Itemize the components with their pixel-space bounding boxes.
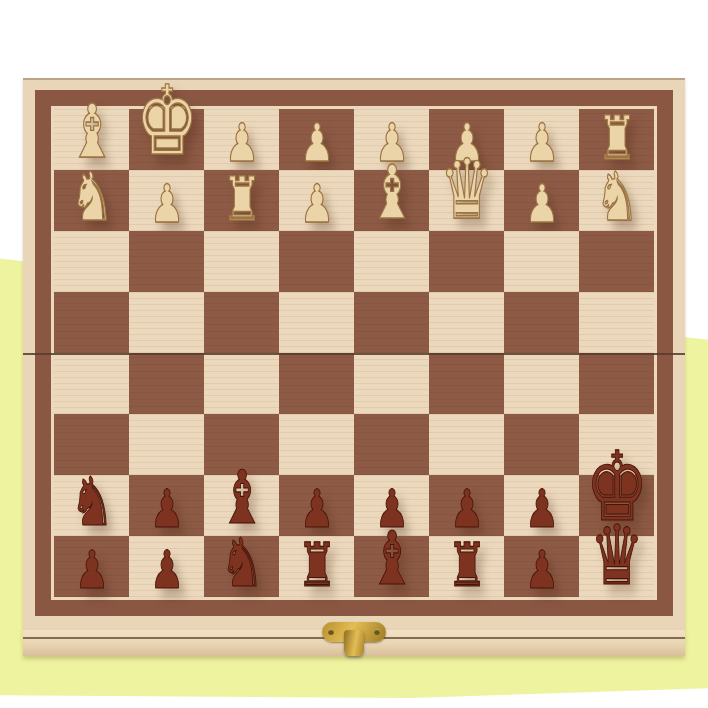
piece-dark-pawn[interactable]: ♟ — [524, 482, 559, 535]
square-c5[interactable] — [204, 292, 279, 353]
square-b4[interactable] — [129, 353, 204, 414]
square-c1[interactable]: ♞ — [204, 536, 279, 597]
piece-light-pawn[interactable]: ♟ — [149, 177, 184, 230]
clasp-screw-left-icon — [328, 629, 334, 635]
square-f5[interactable] — [429, 292, 504, 353]
piece-dark-pawn[interactable]: ♟ — [524, 543, 559, 596]
square-g6[interactable] — [504, 231, 579, 292]
square-h5[interactable] — [579, 292, 654, 353]
square-b1[interactable]: ♟ — [129, 536, 204, 597]
chess-board: ♝♚♟♟♟♟♟♜♞♟♜♟♝♛♟♞♞♟♝♟♟♟♟♚♟♟♞♜♝♜♟♛ — [23, 78, 685, 656]
box-side — [23, 630, 685, 656]
square-d1[interactable]: ♜ — [279, 536, 354, 597]
piece-light-bishop[interactable]: ♝ — [367, 156, 416, 230]
piece-light-king[interactable]: ♚ — [135, 73, 198, 169]
piece-dark-pawn[interactable]: ♟ — [149, 543, 184, 596]
square-f1[interactable]: ♜ — [429, 536, 504, 597]
piece-dark-knight[interactable]: ♞ — [219, 529, 263, 596]
square-d3[interactable] — [279, 414, 354, 475]
square-g8[interactable]: ♟ — [504, 109, 579, 170]
piece-light-pawn[interactable]: ♟ — [524, 116, 559, 169]
square-g1[interactable]: ♟ — [504, 536, 579, 597]
square-h7[interactable]: ♞ — [579, 170, 654, 231]
piece-light-pawn[interactable]: ♟ — [524, 177, 559, 230]
product-photo-canvas: ♝♚♟♟♟♟♟♜♞♟♜♟♝♛♟♞♞♟♝♟♟♟♟♚♟♟♞♜♝♜♟♛ — [0, 0, 708, 708]
piece-dark-pawn[interactable]: ♟ — [74, 543, 109, 596]
square-e3[interactable] — [354, 414, 429, 475]
square-d7[interactable]: ♟ — [279, 170, 354, 231]
square-f4[interactable] — [429, 353, 504, 414]
square-b3[interactable] — [129, 414, 204, 475]
square-d2[interactable]: ♟ — [279, 475, 354, 536]
square-g3[interactable] — [504, 414, 579, 475]
square-b6[interactable] — [129, 231, 204, 292]
piece-dark-pawn[interactable]: ♟ — [299, 482, 334, 535]
square-d8[interactable]: ♟ — [279, 109, 354, 170]
square-a2[interactable]: ♞ — [54, 475, 129, 536]
piece-light-pawn[interactable]: ♟ — [299, 177, 334, 230]
square-e7[interactable]: ♝ — [354, 170, 429, 231]
square-d5[interactable] — [279, 292, 354, 353]
piece-dark-queen[interactable]: ♛ — [589, 513, 643, 596]
piece-dark-rook[interactable]: ♜ — [297, 536, 337, 596]
square-e1[interactable]: ♝ — [354, 536, 429, 597]
piece-light-rook[interactable]: ♜ — [222, 170, 262, 230]
square-a6[interactable] — [54, 231, 129, 292]
square-e5[interactable] — [354, 292, 429, 353]
hinge-seam — [23, 353, 685, 355]
square-f3[interactable] — [429, 414, 504, 475]
square-d4[interactable] — [279, 353, 354, 414]
square-f7[interactable]: ♛ — [429, 170, 504, 231]
square-b8[interactable]: ♚ — [129, 109, 204, 170]
piece-dark-pawn[interactable]: ♟ — [149, 482, 184, 535]
square-a5[interactable] — [54, 292, 129, 353]
square-f2[interactable]: ♟ — [429, 475, 504, 536]
square-c8[interactable]: ♟ — [204, 109, 279, 170]
square-b7[interactable]: ♟ — [129, 170, 204, 231]
square-c6[interactable] — [204, 231, 279, 292]
square-h6[interactable] — [579, 231, 654, 292]
square-e6[interactable] — [354, 231, 429, 292]
clasp-screw-right-icon — [374, 629, 380, 635]
square-h1[interactable]: ♛ — [579, 536, 654, 597]
square-g4[interactable] — [504, 353, 579, 414]
brass-clasp — [322, 622, 386, 662]
piece-light-pawn[interactable]: ♟ — [299, 116, 334, 169]
square-a7[interactable]: ♞ — [54, 170, 129, 231]
square-b2[interactable]: ♟ — [129, 475, 204, 536]
piece-light-pawn[interactable]: ♟ — [224, 116, 259, 169]
square-a1[interactable]: ♟ — [54, 536, 129, 597]
piece-light-knight[interactable]: ♞ — [594, 163, 638, 230]
square-b5[interactable] — [129, 292, 204, 353]
piece-dark-pawn[interactable]: ♟ — [449, 482, 484, 535]
board-top-surface: ♝♚♟♟♟♟♟♜♞♟♜♟♝♛♟♞♞♟♝♟♟♟♟♚♟♟♞♜♝♜♟♛ — [23, 78, 685, 630]
piece-light-knight[interactable]: ♞ — [69, 163, 113, 230]
square-c7[interactable]: ♜ — [204, 170, 279, 231]
square-g5[interactable] — [504, 292, 579, 353]
piece-dark-knight[interactable]: ♞ — [69, 468, 113, 535]
square-g2[interactable]: ♟ — [504, 475, 579, 536]
square-g7[interactable]: ♟ — [504, 170, 579, 231]
square-h4[interactable] — [579, 353, 654, 414]
piece-dark-rook[interactable]: ♜ — [447, 536, 487, 596]
square-a4[interactable] — [54, 353, 129, 414]
clasp-latch-knob — [344, 630, 364, 656]
piece-dark-bishop[interactable]: ♝ — [367, 522, 416, 596]
square-d6[interactable] — [279, 231, 354, 292]
square-f6[interactable] — [429, 231, 504, 292]
piece-light-queen[interactable]: ♛ — [439, 147, 493, 230]
square-c4[interactable] — [204, 353, 279, 414]
square-e4[interactable] — [354, 353, 429, 414]
